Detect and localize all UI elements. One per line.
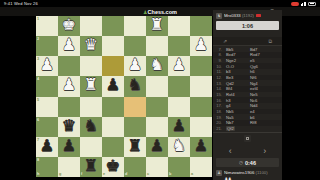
black-pawn-a7[interactable]: ♟ [190, 136, 212, 156]
square-g7[interactable]: ♟ [58, 137, 80, 157]
rank-label-2: 2 [37, 37, 39, 41]
black-rook-f8[interactable]: ♜ [80, 156, 102, 176]
bottom-player-avatar: ♟ [216, 170, 222, 176]
bottom-player-row[interactable]: ♟ Nimzowins1906 (1100) [216, 169, 279, 176]
square-h7[interactable]: ♟7 [36, 137, 58, 157]
black-move[interactable]: e4 [248, 109, 272, 114]
move-row-7: 7.Bb5Bd7 [213, 47, 282, 53]
square-a6[interactable] [190, 117, 212, 137]
square-e7[interactable] [102, 137, 124, 157]
square-f8[interactable]: ♜f [80, 157, 102, 177]
square-d3[interactable]: ♟ [124, 56, 146, 76]
square-b8[interactable]: b [168, 157, 190, 177]
file-label-g: g [59, 172, 61, 176]
black-pawn-c7[interactable]: ♟ [146, 136, 168, 156]
square-c3[interactable]: ♞ [146, 56, 168, 76]
square-h5[interactable]: 5 [36, 97, 58, 117]
square-d6[interactable] [124, 117, 146, 137]
move-number: 13. [213, 81, 224, 86]
square-h4[interactable]: 4 [36, 76, 58, 96]
square-c1[interactable]: ♜ [146, 16, 168, 36]
bottom-player-name: Nimzowins1906 (1100) [224, 170, 268, 175]
top-player-clock: 1:06 [216, 21, 279, 30]
black-move[interactable]: Nc6 [248, 98, 272, 103]
square-f4[interactable]: ♜ [80, 76, 102, 96]
white-knight-b7[interactable]: ♞ [168, 136, 190, 156]
top-player-avatar: ♞ [216, 13, 222, 19]
board-options-button[interactable] [244, 135, 251, 142]
move-number: 15. [213, 92, 224, 97]
black-pawn-b6[interactable]: ♟ [168, 116, 190, 136]
black-move[interactable]: Ne5 [248, 92, 272, 97]
move-number: 12. [213, 75, 224, 80]
square-g1[interactable]: ♚ [58, 16, 80, 36]
move-row-8: 8.Bxd7Rxd7 [213, 52, 282, 58]
square-icon [246, 137, 250, 141]
black-move[interactable]: Rf8 [248, 120, 272, 125]
white-pawn-b3[interactable]: ♟ [168, 55, 190, 75]
rank-label-7: 7 [37, 138, 39, 142]
move-row-12: 12.Be3Nf6 [213, 75, 282, 81]
black-move[interactable]: Nf6 [248, 75, 272, 80]
square-e4[interactable]: ♟ [102, 76, 124, 96]
square-g3[interactable] [58, 56, 80, 76]
move-number: 11. [213, 69, 224, 74]
rank-label-1: 1 [37, 17, 39, 21]
white-move[interactable]: Bf4 [224, 86, 248, 91]
black-pawn-h7[interactable]: ♟ [36, 136, 58, 156]
square-a4[interactable] [190, 76, 212, 96]
white-pawn-d3[interactable]: ♟ [124, 55, 146, 75]
white-move[interactable]: Rxf4 [224, 92, 248, 97]
move-number: 21. [213, 126, 224, 131]
square-f6[interactable]: ♞ [80, 117, 102, 137]
black-move[interactable]: exf4 [248, 86, 272, 91]
white-pawn-a2[interactable]: ♟ [190, 35, 212, 55]
movelist-header: ⇗ ⧉ [213, 37, 282, 46]
square-c4[interactable] [146, 76, 168, 96]
top-player-name: Mrx0333 (1192) [224, 13, 254, 18]
status-time: 9:41 Wed Nov 26 [4, 1, 38, 6]
white-pawn-h3[interactable]: ♟ [36, 55, 58, 75]
white-move[interactable]: Bxd7 [224, 52, 248, 57]
square-g4[interactable]: ♟ [58, 76, 80, 96]
square-f1[interactable] [80, 16, 102, 36]
square-f5[interactable] [80, 97, 102, 117]
file-label-b: b [169, 172, 171, 176]
black-rook-d7[interactable]: ♜ [124, 136, 146, 156]
black-move[interactable]: h6 [248, 69, 272, 74]
white-move[interactable]: Na5 [224, 115, 248, 120]
square-g6[interactable]: ♛ [58, 117, 80, 137]
top-player-flag-icon [256, 14, 261, 18]
move-number: 8. [213, 52, 224, 57]
white-move[interactable]: Bb5 [224, 47, 248, 52]
battery-icon [308, 2, 316, 6]
square-g2[interactable]: ♟ [58, 36, 80, 56]
move-row-14: 14.Bf4exf4 [213, 86, 282, 92]
white-pawn-g2[interactable]: ♟ [58, 35, 80, 55]
white-move[interactable]: h3 [224, 98, 248, 103]
square-a2[interactable]: ♟ [190, 36, 212, 56]
square-d2[interactable] [124, 36, 146, 56]
white-queen-f2[interactable]: ♛ [80, 35, 102, 55]
square-f3[interactable] [80, 56, 102, 76]
white-pawn-g4[interactable]: ♟ [58, 75, 80, 95]
file-label-d: d [125, 172, 127, 176]
white-rook-f4[interactable]: ♜ [80, 75, 102, 95]
move-row-9: 9.Nge2e5 [213, 58, 282, 64]
square-e6[interactable] [102, 117, 124, 137]
square-b7[interactable]: ♞ [168, 137, 190, 157]
white-knight-c3[interactable]: ♞ [146, 55, 168, 75]
status-bar: 9:41 Wed Nov 26 [0, 0, 320, 7]
square-h3[interactable]: ♟3 [36, 56, 58, 76]
black-knight-f6[interactable]: ♞ [80, 116, 102, 136]
square-e1[interactable] [102, 16, 124, 36]
square-a8[interactable]: a [190, 157, 212, 177]
file-label-e: e [103, 172, 105, 176]
move-number: 18. [213, 109, 224, 114]
square-c2[interactable] [146, 36, 168, 56]
black-move[interactable]: Rxd7 [248, 52, 272, 57]
square-c7[interactable]: ♟ [146, 137, 168, 157]
square-h1[interactable]: 1 [36, 16, 58, 36]
move-number: 9. [213, 58, 224, 63]
square-h8[interactable]: 8h [36, 157, 58, 177]
signal-icon [301, 2, 307, 6]
square-d4[interactable]: ♞ [124, 76, 146, 96]
next-move-button[interactable]: › [263, 147, 266, 156]
square-h2[interactable]: 2 [36, 36, 58, 56]
square-a7[interactable]: ♟ [190, 137, 212, 157]
square-d7[interactable]: ♜ [124, 137, 146, 157]
black-move[interactable]: Bd7 [248, 47, 272, 52]
top-player-row[interactable]: ♞ Mrx0333 (1192) [216, 12, 279, 19]
move-row-21: 21.Qf2 [213, 126, 282, 132]
black-move[interactable]: e5 [248, 58, 272, 63]
square-a3[interactable] [190, 56, 212, 76]
square-a1[interactable] [190, 16, 212, 36]
square-e8[interactable]: ♚e [102, 157, 124, 177]
file-label-a: a [191, 172, 193, 176]
panel-divider [213, 132, 282, 133]
black-knight-d4[interactable]: ♞ [124, 75, 146, 95]
rank-label-3: 3 [37, 57, 39, 61]
move-number: 16. [213, 98, 224, 103]
move-row-10: 10.O-OQg6 [213, 63, 282, 69]
white-move[interactable]: Nb5 [224, 109, 248, 114]
square-d5[interactable] [124, 97, 146, 117]
square-g8[interactable]: g [58, 157, 80, 177]
black-queen-g6[interactable]: ♛ [58, 116, 80, 136]
game-panel: ♞ Mrx0333 (1192) 1:06 ⇗ ⧉ 7.Bb5Bd78.Bxd7… [213, 10, 282, 180]
black-pawn-g7[interactable]: ♟ [58, 136, 80, 156]
black-move[interactable]: Nd4 [248, 103, 272, 108]
rank-label-6: 6 [37, 118, 39, 122]
clock-icon: ◷ [239, 160, 243, 165]
black-move[interactable]: Qg6 [248, 64, 272, 69]
square-b1[interactable] [168, 16, 190, 36]
share-icon[interactable]: ⇗ [223, 38, 227, 44]
square-c8[interactable]: c [146, 157, 168, 177]
square-f2[interactable]: ♛ [80, 36, 102, 56]
boards-icon[interactable]: ⧉ [268, 38, 272, 45]
captured-pieces: ♟♟ [224, 176, 231, 180]
move-number: 20. [213, 120, 224, 125]
move-number: 19. [213, 115, 224, 120]
move-row-13: 13.Qd2Ng4 [213, 80, 282, 86]
square-b6[interactable]: ♟ [168, 117, 190, 137]
move-number: 17. [213, 103, 224, 108]
square-b3[interactable]: ♟ [168, 56, 190, 76]
rank-label-5: 5 [37, 98, 39, 102]
black-king-e8[interactable]: ♚ [102, 156, 124, 176]
move-row-11: 11.b3h6 [213, 69, 282, 75]
app-screen: 9:41 Wed Nov 26 ♟Chess.com ≡ 1♚♜2♟♛♟♟3♟♞… [0, 0, 320, 180]
move-number: 14. [213, 86, 224, 91]
white-move[interactable]: Be3 [224, 75, 248, 80]
file-label-f: f [81, 172, 82, 176]
prev-move-button[interactable]: ‹ [229, 147, 232, 156]
chess-board: 1♚♜2♟♛♟♟3♟♞♟4♟♜♟♞56♛♞♟♟7♟♜♟♞♟8hg♜f♚edcba [36, 16, 212, 177]
white-move[interactable]: Qf2 [224, 126, 248, 131]
white-rook-c1[interactable]: ♜ [146, 15, 168, 35]
move-row-16: 16.h3Nc6 [213, 97, 282, 103]
move-number: 7. [213, 47, 224, 52]
square-b4[interactable] [168, 76, 190, 96]
logo-text: Chess.com [148, 9, 177, 15]
square-g5[interactable] [58, 97, 80, 117]
recording-indicator-icon [291, 2, 299, 6]
square-a5[interactable] [190, 97, 212, 117]
move-list: 7.Bb5Bd78.Bxd7Rxd79.Nge2e510.O-OQg611.b3… [213, 47, 282, 132]
square-d1[interactable] [124, 16, 146, 36]
black-move[interactable]: b6 [248, 115, 272, 120]
black-move[interactable]: Ng4 [248, 81, 272, 86]
white-move[interactable]: Nb7 [224, 120, 248, 125]
bottom-player-clock: ◷ 0:46 [216, 158, 279, 167]
status-icons [291, 1, 317, 6]
white-move[interactable]: b3 [224, 69, 248, 74]
move-row-17: 17.g4Nd4 [213, 103, 282, 109]
square-e2[interactable] [102, 36, 124, 56]
move-row-19: 19.Na5b6 [213, 114, 282, 120]
move-row-20: 20.Nb7Rf8 [213, 120, 282, 126]
file-label-c: c [147, 172, 149, 176]
file-label-h: h [37, 172, 39, 176]
square-e5[interactable] [102, 97, 124, 117]
square-e3[interactable] [102, 56, 124, 76]
rank-label-8: 8 [37, 158, 39, 162]
move-number: 10. [213, 64, 224, 69]
square-b2[interactable] [168, 36, 190, 56]
square-b5[interactable] [168, 97, 190, 117]
square-f7[interactable] [80, 137, 102, 157]
white-move[interactable]: O-O [224, 64, 248, 69]
rank-label-4: 4 [37, 77, 39, 81]
white-move[interactable]: Qd2 [224, 81, 248, 86]
move-row-18: 18.Nb5e4 [213, 109, 282, 115]
move-nav-row: ‹ › [213, 145, 282, 157]
square-h6[interactable]: 6 [36, 117, 58, 137]
square-c6[interactable] [146, 117, 168, 137]
white-move[interactable]: g4 [224, 103, 248, 108]
white-move[interactable]: Nge2 [224, 58, 248, 63]
white-king-g1[interactable]: ♚ [58, 15, 80, 35]
square-d8[interactable]: d [124, 157, 146, 177]
move-row-15: 15.Rxf4Ne5 [213, 92, 282, 98]
square-c5[interactable] [146, 97, 168, 117]
black-pawn-e4[interactable]: ♟ [102, 75, 124, 95]
